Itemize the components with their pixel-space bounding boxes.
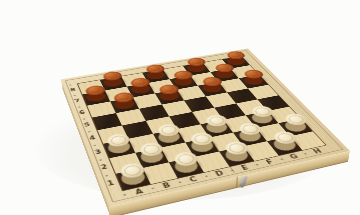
metal-clasp[interactable] (240, 176, 248, 185)
photo-scene: ABCDEFGH 87654321 (0, 0, 360, 215)
front-edge-seam (236, 177, 238, 187)
game-board[interactable]: ABCDEFGH 87654321 (60, 48, 350, 206)
board-perspective-wrap: ABCDEFGH 87654321 (60, 48, 350, 206)
